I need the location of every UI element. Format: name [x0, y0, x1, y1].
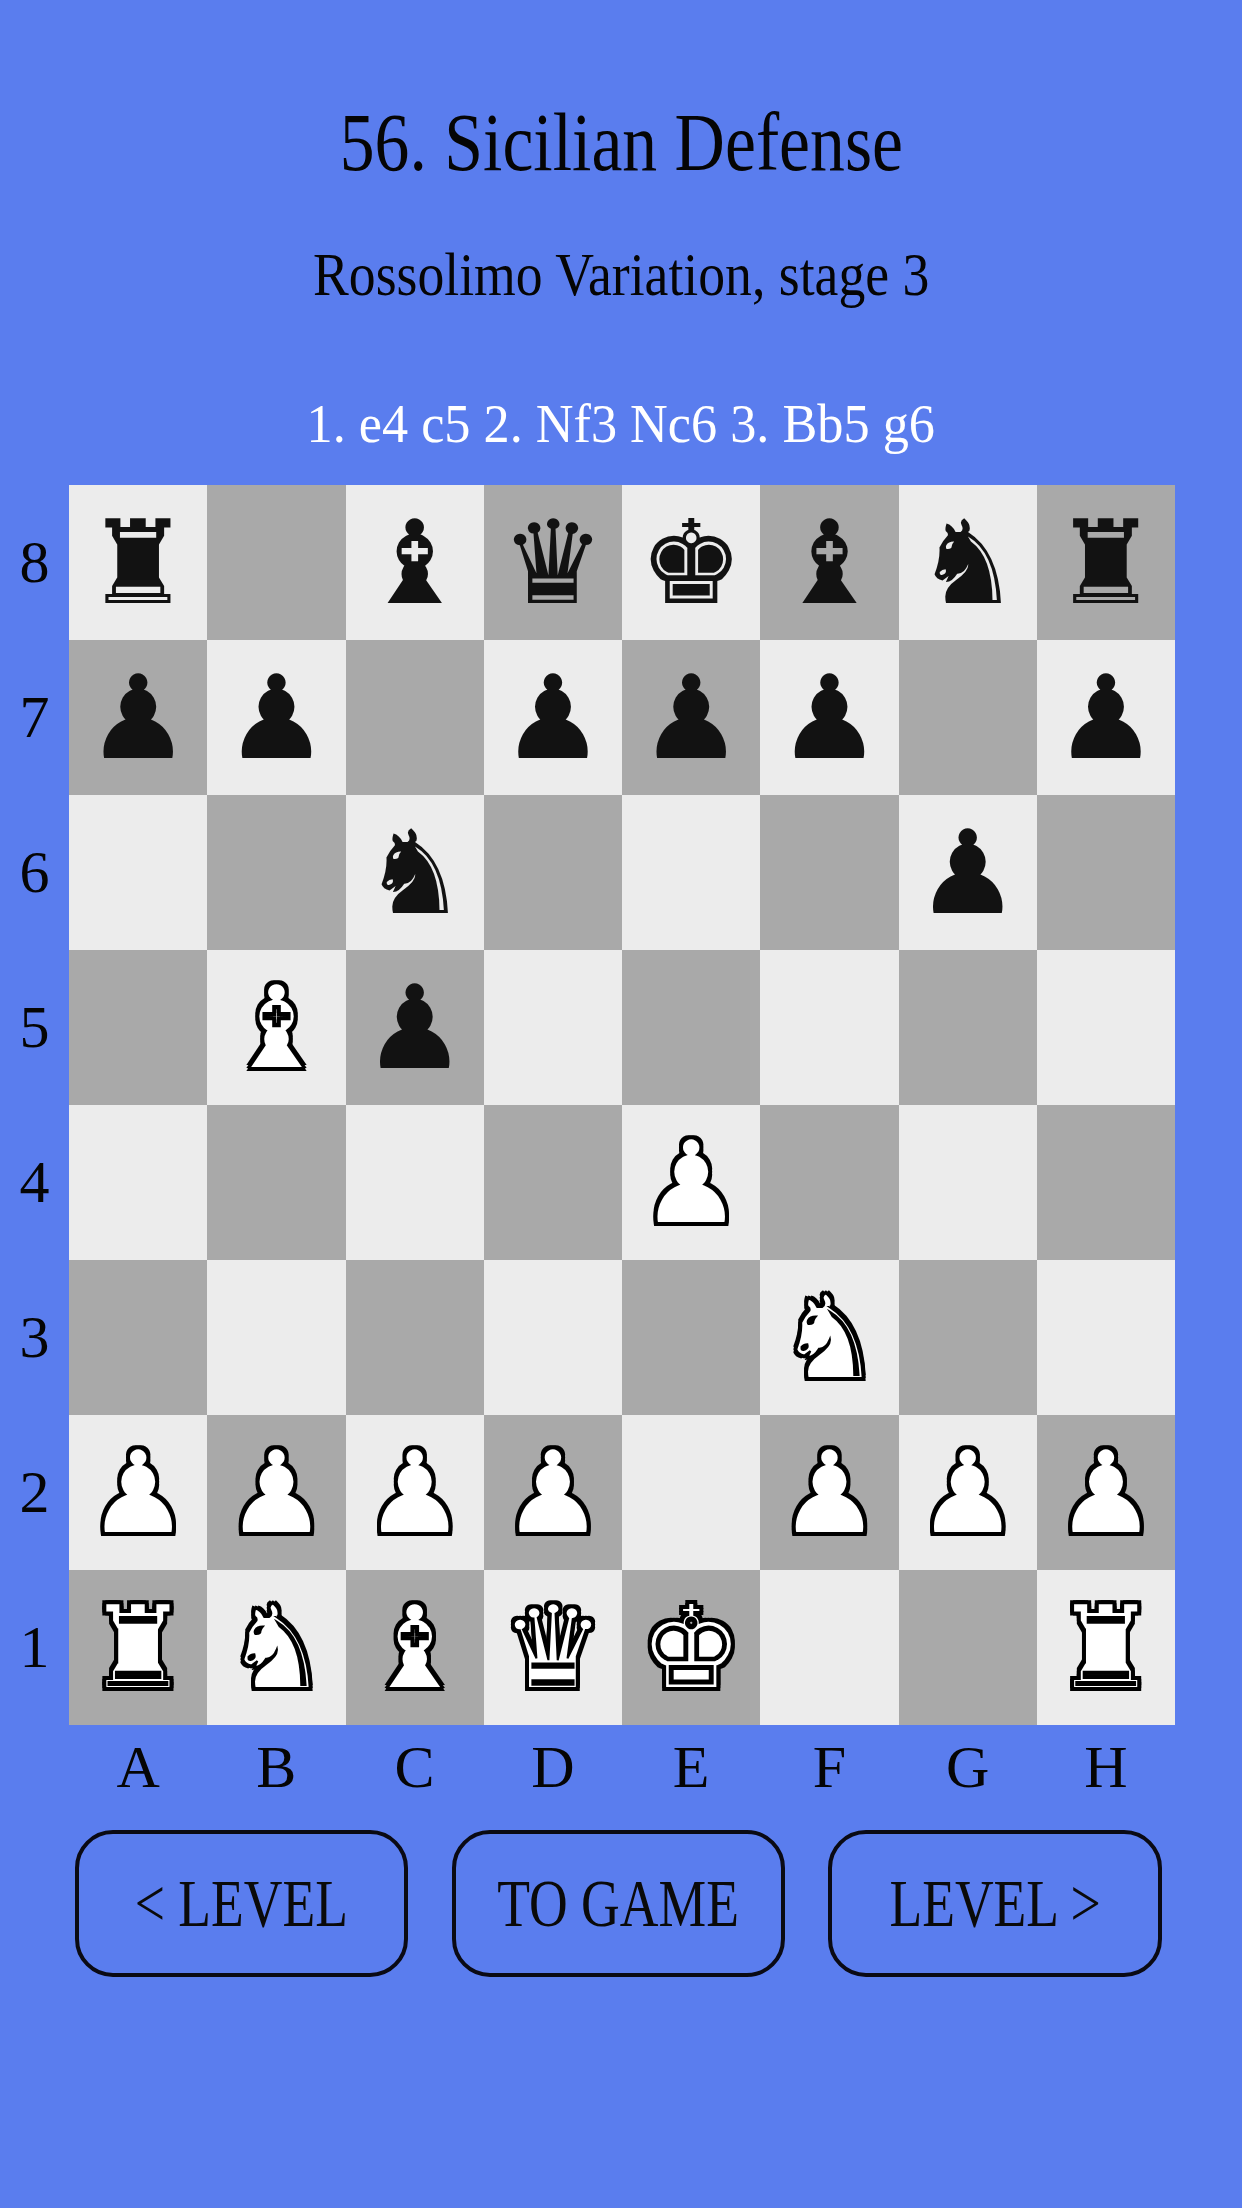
white-pawn-piece: ♟ [639, 1105, 743, 1260]
variation-subtitle: Rossolimo Variation, stage 3 [0, 240, 1242, 310]
square-b2: ♟ [207, 1415, 345, 1570]
black-pawn-piece: ♟ [1054, 640, 1158, 795]
square-f8: ♝ [760, 485, 898, 640]
square-d5 [484, 950, 622, 1105]
white-pawn-piece: ♟ [86, 1415, 190, 1570]
square-g4 [899, 1105, 1037, 1260]
rank-label-2: 2 [0, 1415, 69, 1570]
square-g1 [899, 1570, 1037, 1725]
square-h8: ♜ [1037, 485, 1175, 640]
white-pawn-piece: ♟ [777, 1415, 881, 1570]
square-f7: ♟ [760, 640, 898, 795]
square-a7: ♟ [69, 640, 207, 795]
chess-board: ♜♝♛♚♝♞♜♟♟♟♟♟♟♞♟♝♟♟♞♟♟♟♟♟♟♟♜♞♝♛♚♜ [69, 485, 1175, 1725]
square-h3 [1037, 1260, 1175, 1415]
square-e6 [622, 795, 760, 950]
square-e3 [622, 1260, 760, 1415]
to-game-button[interactable]: TO GAME [452, 1830, 785, 1977]
white-king-piece: ♚ [639, 1570, 743, 1725]
to-game-button-label: TO GAME [498, 1865, 740, 1942]
square-g5 [899, 950, 1037, 1105]
square-g7 [899, 640, 1037, 795]
square-d2: ♟ [484, 1415, 622, 1570]
square-f4 [760, 1105, 898, 1260]
black-pawn-piece: ♟ [639, 640, 743, 795]
white-bishop-piece: ♝ [363, 1570, 467, 1725]
square-d8: ♛ [484, 485, 622, 640]
square-c6: ♞ [346, 795, 484, 950]
black-bishop-piece: ♝ [363, 485, 467, 640]
square-d1: ♛ [484, 1570, 622, 1725]
black-bishop-piece: ♝ [777, 485, 881, 640]
white-rook-piece: ♜ [86, 1570, 190, 1725]
square-d4 [484, 1105, 622, 1260]
file-label-c: C [346, 1727, 484, 1807]
black-pawn-piece: ♟ [363, 950, 467, 1105]
variation-subtitle-text: Rossolimo Variation, stage 3 [313, 240, 929, 310]
square-f1 [760, 1570, 898, 1725]
square-f2: ♟ [760, 1415, 898, 1570]
square-a8: ♜ [69, 485, 207, 640]
rank-label-3: 3 [0, 1260, 69, 1415]
square-e4: ♟ [622, 1105, 760, 1260]
square-b8 [207, 485, 345, 640]
white-pawn-piece: ♟ [363, 1415, 467, 1570]
square-a6 [69, 795, 207, 950]
square-h6 [1037, 795, 1175, 950]
square-c4 [346, 1105, 484, 1260]
black-pawn-piece: ♟ [916, 795, 1020, 950]
rank-label-6: 6 [0, 795, 69, 950]
black-queen-piece: ♛ [501, 485, 605, 640]
file-label-h: H [1037, 1727, 1175, 1807]
prev-level-button[interactable]: < LEVEL [75, 1830, 408, 1977]
square-f5 [760, 950, 898, 1105]
moves-line: 1. e4 c5 2. Nf3 Nc6 3. Bb5 g6 [0, 392, 1242, 455]
square-b6 [207, 795, 345, 950]
white-pawn-piece: ♟ [501, 1415, 605, 1570]
file-label-g: G [899, 1727, 1037, 1807]
square-e7: ♟ [622, 640, 760, 795]
square-f6 [760, 795, 898, 950]
square-c2: ♟ [346, 1415, 484, 1570]
square-g2: ♟ [899, 1415, 1037, 1570]
square-a1: ♜ [69, 1570, 207, 1725]
square-g8: ♞ [899, 485, 1037, 640]
square-h2: ♟ [1037, 1415, 1175, 1570]
square-d7: ♟ [484, 640, 622, 795]
file-labels: ABCDEFGH [69, 1727, 1175, 1807]
square-d6 [484, 795, 622, 950]
file-label-f: F [760, 1727, 898, 1807]
prev-level-button-label: < LEVEL [135, 1865, 348, 1942]
black-knight-piece: ♞ [363, 795, 467, 950]
rank-label-4: 4 [0, 1105, 69, 1260]
square-b1: ♞ [207, 1570, 345, 1725]
white-queen-piece: ♛ [501, 1570, 605, 1725]
square-h4 [1037, 1105, 1175, 1260]
square-c5: ♟ [346, 950, 484, 1105]
black-pawn-piece: ♟ [777, 640, 881, 795]
square-f3: ♞ [760, 1260, 898, 1415]
square-c1: ♝ [346, 1570, 484, 1725]
white-pawn-piece: ♟ [916, 1415, 1020, 1570]
black-knight-piece: ♞ [916, 485, 1020, 640]
next-level-button[interactable]: LEVEL > [828, 1830, 1162, 1977]
rank-label-1: 1 [0, 1570, 69, 1725]
square-a3 [69, 1260, 207, 1415]
black-rook-piece: ♜ [1054, 485, 1158, 640]
square-c7 [346, 640, 484, 795]
square-e1: ♚ [622, 1570, 760, 1725]
square-b3 [207, 1260, 345, 1415]
white-pawn-piece: ♟ [1054, 1415, 1158, 1570]
white-bishop-piece: ♝ [224, 950, 328, 1105]
file-label-e: E [622, 1727, 760, 1807]
square-d3 [484, 1260, 622, 1415]
square-b5: ♝ [207, 950, 345, 1105]
black-pawn-piece: ♟ [224, 640, 328, 795]
square-e8: ♚ [622, 485, 760, 640]
square-a4 [69, 1105, 207, 1260]
square-b7: ♟ [207, 640, 345, 795]
rank-label-8: 8 [0, 485, 69, 640]
square-e2 [622, 1415, 760, 1570]
square-h1: ♜ [1037, 1570, 1175, 1725]
file-label-d: D [484, 1727, 622, 1807]
page-title: 56. Sicilian Defense [0, 96, 1242, 190]
square-h7: ♟ [1037, 640, 1175, 795]
white-pawn-piece: ♟ [224, 1415, 328, 1570]
white-knight-piece: ♞ [777, 1260, 881, 1415]
black-pawn-piece: ♟ [501, 640, 605, 795]
rank-label-5: 5 [0, 950, 69, 1105]
page-title-text: 56. Sicilian Defense [339, 96, 902, 190]
black-rook-piece: ♜ [86, 485, 190, 640]
square-a5 [69, 950, 207, 1105]
rank-label-7: 7 [0, 640, 69, 795]
black-pawn-piece: ♟ [86, 640, 190, 795]
moves-line-text: 1. e4 c5 2. Nf3 Nc6 3. Bb5 g6 [307, 392, 935, 455]
file-label-b: B [207, 1727, 345, 1807]
next-level-button-label: LEVEL > [889, 1865, 1100, 1942]
black-king-piece: ♚ [639, 485, 743, 640]
white-rook-piece: ♜ [1054, 1570, 1158, 1725]
square-g3 [899, 1260, 1037, 1415]
square-c3 [346, 1260, 484, 1415]
rank-labels: 87654321 [0, 485, 69, 1725]
white-knight-piece: ♞ [224, 1570, 328, 1725]
square-e5 [622, 950, 760, 1105]
square-g6: ♟ [899, 795, 1037, 950]
square-h5 [1037, 950, 1175, 1105]
file-label-a: A [69, 1727, 207, 1807]
square-a2: ♟ [69, 1415, 207, 1570]
square-b4 [207, 1105, 345, 1260]
square-c8: ♝ [346, 485, 484, 640]
